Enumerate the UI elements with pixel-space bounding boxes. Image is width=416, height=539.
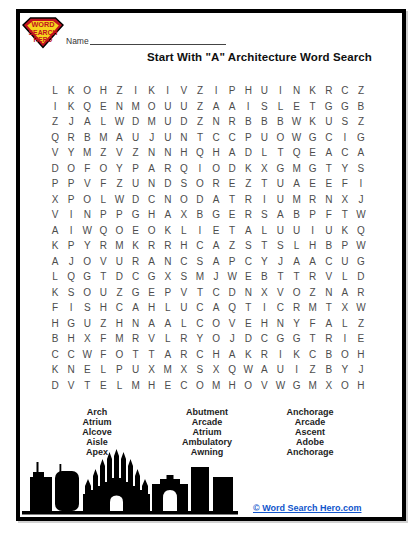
grid-cell-r19c13: W — [240, 362, 256, 378]
grid-cell-r2c14: S — [256, 99, 272, 115]
grid-cell-r18c5: O — [111, 347, 127, 363]
grid-cell-r5c16: Q — [289, 145, 305, 161]
credit-link[interactable]: © Word Search Hero.com — [253, 503, 362, 513]
word-search-hero-logo: WORD SEARCH HERO — [22, 14, 64, 49]
grid-cell-r4c12: C — [224, 130, 240, 146]
grid-cell-r10c20: Q — [353, 223, 369, 239]
grid-cell-r15c11: A — [208, 300, 224, 316]
grid-cell-r11c4: R — [95, 238, 111, 254]
grid-cell-r12c1: A — [47, 254, 63, 270]
grid-cell-r3c11: N — [208, 114, 224, 130]
grid-cell-r17c11: O — [208, 331, 224, 347]
grid-cell-r13c15: T — [272, 269, 288, 285]
skyline-buildings — [22, 449, 238, 515]
grid-cell-r5c3: M — [79, 145, 95, 161]
grid-cell-r2c20: B — [353, 99, 369, 115]
grid-cell-r11c7: R — [144, 238, 160, 254]
grid-cell-r15c2: I — [63, 300, 79, 316]
grid-cell-r18c13: K — [240, 347, 256, 363]
grid-cell-r5c13: D — [240, 145, 256, 161]
grid-cell-r18c11: H — [208, 347, 224, 363]
grid-cell-r6c7: A — [144, 161, 160, 177]
grid-cell-r20c5: L — [111, 378, 127, 394]
grid-cell-r18c15: I — [272, 347, 288, 363]
grid-cell-r14c2: S — [63, 285, 79, 301]
grid-cell-r14c6: G — [128, 285, 144, 301]
grid-cell-r11c20: W — [353, 238, 369, 254]
grid-cell-r7c13: Z — [240, 176, 256, 192]
grid-cell-r17c9: R — [176, 331, 192, 347]
grid-cell-r13c13: E — [240, 269, 256, 285]
grid-cell-r13c7: G — [144, 269, 160, 285]
grid-cell-r17c7: V — [144, 331, 160, 347]
grid-cell-r15c1: F — [47, 300, 63, 316]
grid-cell-r5c17: E — [305, 145, 321, 161]
grid-cell-r7c4: F — [95, 176, 111, 192]
skyline-baseline — [22, 511, 238, 515]
word-list-item: Anchorage — [260, 407, 360, 417]
grid-cell-r17c12: J — [224, 331, 240, 347]
grid-cell-r14c13: N — [240, 285, 256, 301]
grid-cell-r9c4: P — [95, 207, 111, 223]
grid-cell-r9c10: B — [192, 207, 208, 223]
grid-cell-r10c4: Q — [95, 223, 111, 239]
grid-cell-r14c7: E — [144, 285, 160, 301]
grid-cell-r17c1: B — [47, 331, 63, 347]
grid-cell-r8c8: N — [160, 192, 176, 208]
grid-cell-r20c17: M — [305, 378, 321, 394]
grid-cell-r2c19: G — [337, 99, 353, 115]
worksheet-sheet: WORD SEARCH HERO Name Start With "A" Arc… — [16, 9, 406, 521]
grid-cell-r2c6: M — [128, 99, 144, 115]
grid-cell-r15c3: S — [79, 300, 95, 316]
grid-cell-r4c7: J — [144, 130, 160, 146]
grid-cell-r9c7: H — [144, 207, 160, 223]
grid-cell-r1c10: Z — [192, 83, 208, 99]
grid-cell-r15c10: C — [192, 300, 208, 316]
grid-cell-r13c17: R — [305, 269, 321, 285]
name-blank-line — [90, 34, 226, 45]
word-list-item: Aisle — [47, 437, 147, 447]
grid-cell-r2c5: N — [111, 99, 127, 115]
grid-cell-r14c4: U — [95, 285, 111, 301]
grid-cell-r19c1: K — [47, 362, 63, 378]
grid-cell-r11c18: B — [321, 238, 337, 254]
grid-cell-r10c13: A — [240, 223, 256, 239]
grid-cell-r18c1: C — [47, 347, 63, 363]
grid-cell-r1c18: R — [321, 83, 337, 99]
grid-cell-r8c14: I — [256, 192, 272, 208]
grid-cell-r12c17: A — [305, 254, 321, 270]
grid-cell-r6c2: O — [63, 161, 79, 177]
grid-cell-r1c14: U — [256, 83, 272, 99]
grid-cell-r8c3: O — [79, 192, 95, 208]
name-label: Name — [66, 36, 89, 46]
grid-cell-r1c9: V — [176, 83, 192, 99]
grid-cell-r13c3: G — [79, 269, 95, 285]
grid-cell-r20c9: C — [176, 378, 192, 394]
grid-cell-r17c10: Y — [192, 331, 208, 347]
grid-cell-r10c5: O — [111, 223, 127, 239]
worksheet-page: WORD SEARCH HERO Name Start With "A" Arc… — [0, 0, 416, 539]
grid-cell-r20c2: V — [63, 378, 79, 394]
grid-cell-r10c9: L — [176, 223, 192, 239]
grid-cell-r18c18: B — [321, 347, 337, 363]
grid-cell-r1c6: I — [128, 83, 144, 99]
grid-cell-r7c20: I — [353, 176, 369, 192]
grid-cell-r1c12: P — [224, 83, 240, 99]
grid-cell-r3c1: Z — [47, 114, 63, 130]
grid-cell-r17c6: R — [128, 331, 144, 347]
grid-cell-r16c18: A — [321, 316, 337, 332]
grid-cell-r14c10: T — [192, 285, 208, 301]
grid-cell-r5c1: V — [47, 145, 63, 161]
grid-cell-r9c2: I — [63, 207, 79, 223]
grid-cell-r11c14: T — [256, 238, 272, 254]
building-antenna — [60, 464, 62, 473]
grid-cell-r3c8: U — [160, 114, 176, 130]
grid-cell-r19c14: A — [256, 362, 272, 378]
grid-cell-r19c10: S — [192, 362, 208, 378]
grid-cell-r7c7: N — [144, 176, 160, 192]
grid-cell-r6c6: P — [128, 161, 144, 177]
round-top-building — [55, 471, 79, 511]
grid-cell-r5c18: A — [321, 145, 337, 161]
grid-cell-r9c14: S — [256, 207, 272, 223]
grid-cell-r7c10: O — [192, 176, 208, 192]
grid-cell-r13c19: L — [337, 269, 353, 285]
grid-cell-r5c12: A — [224, 145, 240, 161]
grid-cell-r9c11: G — [208, 207, 224, 223]
grid-cell-r10c6: E — [128, 223, 144, 239]
grid-cell-r14c15: V — [272, 285, 288, 301]
grid-cell-r10c17: I — [305, 223, 321, 239]
grid-cell-r8c19: X — [337, 192, 353, 208]
grid-cell-r3c17: K — [305, 114, 321, 130]
grid-cell-r13c11: J — [208, 269, 224, 285]
grid-cell-r19c2: N — [63, 362, 79, 378]
grid-cell-r17c5: M — [111, 331, 127, 347]
grid-cell-r14c8: P — [160, 285, 176, 301]
grid-cell-r17c18: R — [321, 331, 337, 347]
grid-cell-r10c7: O — [144, 223, 160, 239]
grid-cell-r5c15: T — [272, 145, 288, 161]
grid-cell-r9c16: B — [289, 207, 305, 223]
grid-cell-r4c8: U — [160, 130, 176, 146]
grid-cell-r5c9: H — [176, 145, 192, 161]
word-list-item: Ambulatory — [157, 437, 257, 447]
grid-cell-r5c7: N — [144, 145, 160, 161]
grid-cell-r16c14: H — [256, 316, 272, 332]
grid-cell-r20c12: H — [224, 378, 240, 394]
grid-cell-r6c17: G — [305, 161, 321, 177]
grid-cell-r18c12: A — [224, 347, 240, 363]
grid-cell-r3c13: B — [240, 114, 256, 130]
word-list-item: Atrium — [157, 427, 257, 437]
grid-cell-r15c14: I — [256, 300, 272, 316]
grid-cell-r16c15: N — [272, 316, 288, 332]
grid-cell-r10c10: I — [192, 223, 208, 239]
word-list-item: Abutment — [157, 407, 257, 417]
grid-cell-r12c7: A — [144, 254, 160, 270]
grid-cell-r11c13: S — [240, 238, 256, 254]
grid-cell-r17c19: I — [337, 331, 353, 347]
grid-cell-r2c7: O — [144, 99, 160, 115]
grid-cell-r11c9: H — [176, 238, 192, 254]
grid-cell-r13c18: V — [321, 269, 337, 285]
grid-cell-r10c1: A — [47, 223, 63, 239]
grid-cell-r20c16: G — [289, 378, 305, 394]
grid-cell-r5c19: C — [337, 145, 353, 161]
grid-cell-r5c20: A — [353, 145, 369, 161]
grid-cell-r19c20: J — [353, 362, 369, 378]
grid-cell-r3c7: M — [144, 114, 160, 130]
cathedral-arch-opening — [110, 496, 123, 512]
grid-cell-r10c3: W — [79, 223, 95, 239]
grid-cell-r9c19: T — [337, 207, 353, 223]
grid-cell-r17c4: F — [95, 331, 111, 347]
tower-building — [30, 462, 52, 511]
grid-cell-r2c11: A — [208, 99, 224, 115]
grid-cell-r2c10: Z — [192, 99, 208, 115]
grid-cell-r14c5: Z — [111, 285, 127, 301]
grid-cell-r8c6: D — [128, 192, 144, 208]
grid-cell-r15c9: U — [176, 300, 192, 316]
grid-cell-r7c2: P — [63, 176, 79, 192]
grid-cell-r10c19: K — [337, 223, 353, 239]
grid-cell-r12c8: N — [160, 254, 176, 270]
grid-cell-r16c5: H — [111, 316, 127, 332]
grid-cell-r8c10: D — [192, 192, 208, 208]
grid-cell-r10c18: U — [321, 223, 337, 239]
grid-cell-r6c3: F — [79, 161, 95, 177]
grid-cell-r8c11: A — [208, 192, 224, 208]
grid-cell-r17c15: G — [272, 331, 288, 347]
grid-cell-r16c16: Y — [289, 316, 305, 332]
grid-cell-r13c14: B — [256, 269, 272, 285]
grid-cell-r8c2: P — [63, 192, 79, 208]
grid-cell-r20c19: O — [337, 378, 353, 394]
grid-cell-r20c8: E — [160, 378, 176, 394]
grid-cell-r11c17: H — [305, 238, 321, 254]
grid-cell-r1c15: I — [272, 83, 288, 99]
grid-cell-r16c19: L — [337, 316, 353, 332]
grid-cell-r16c13: E — [240, 316, 256, 332]
grid-cell-r12c14: Y — [256, 254, 272, 270]
grid-cell-r10c8: K — [160, 223, 176, 239]
grid-cell-r1c1: L — [47, 83, 63, 99]
grid-cell-r18c7: T — [144, 347, 160, 363]
grid-cell-r4c1: Q — [47, 130, 63, 146]
grid-cell-r15c18: T — [321, 300, 337, 316]
grid-cell-r5c2: Y — [63, 145, 79, 161]
grid-cell-r16c12: V — [224, 316, 240, 332]
grid-cell-r5c6: Z — [128, 145, 144, 161]
grid-cell-r11c15: S — [272, 238, 288, 254]
grid-cell-r15c8: L — [160, 300, 176, 316]
grid-cell-r16c8: A — [160, 316, 176, 332]
grid-cell-r9c20: W — [353, 207, 369, 223]
grid-cell-r12c6: R — [128, 254, 144, 270]
grid-cell-r18c19: O — [337, 347, 353, 363]
grid-cell-r9c12: E — [224, 207, 240, 223]
grid-cell-r9c18: F — [321, 207, 337, 223]
short-tower-building — [213, 477, 233, 511]
grid-cell-r3c19: S — [337, 114, 353, 130]
grid-cell-r14c20: R — [353, 285, 369, 301]
grid-cell-r10c11: E — [208, 223, 224, 239]
grid-cell-r4c5: A — [111, 130, 127, 146]
word-list-item: Ascent — [260, 427, 360, 437]
grid-cell-r2c15: L — [272, 99, 288, 115]
grid-cell-r13c2: Q — [63, 269, 79, 285]
grid-cell-r13c20: D — [353, 269, 369, 285]
grid-cell-r14c16: O — [289, 285, 305, 301]
grid-cell-r13c8: X — [160, 269, 176, 285]
grid-cell-r7c18: E — [321, 176, 337, 192]
grid-cell-r17c2: H — [63, 331, 79, 347]
grid-cell-r11c5: M — [111, 238, 127, 254]
grid-cell-r19c19: Y — [337, 362, 353, 378]
grid-cell-r6c14: X — [256, 161, 272, 177]
grid-cell-r19c11: X — [208, 362, 224, 378]
grid-cell-r17c20: E — [353, 331, 369, 347]
grid-cell-r5c10: Q — [192, 145, 208, 161]
grid-cell-r13c6: C — [128, 269, 144, 285]
grid-cell-r3c12: R — [224, 114, 240, 130]
grid-cell-r9c15: A — [272, 207, 288, 223]
city-skyline-icon — [20, 448, 240, 518]
grid-cell-r19c17: Z — [305, 362, 321, 378]
grid-cell-r8c9: O — [176, 192, 192, 208]
grid-cell-r6c9: Q — [176, 161, 192, 177]
grid-cell-r3c2: J — [63, 114, 79, 130]
grid-cell-r15c19: X — [337, 300, 353, 316]
grid-cell-r13c12: W — [224, 269, 240, 285]
grid-cell-r16c4: Z — [95, 316, 111, 332]
grid-cell-r4c3: B — [79, 130, 95, 146]
grid-cell-r18c6: T — [128, 347, 144, 363]
grid-cell-r4c4: M — [95, 130, 111, 146]
grid-cell-r2c1: I — [47, 99, 63, 115]
word-list-item: Arcade — [157, 417, 257, 427]
grid-cell-r7c6: U — [128, 176, 144, 192]
grid-cell-r6c4: O — [95, 161, 111, 177]
grid-cell-r6c8: R — [160, 161, 176, 177]
grid-cell-r12c20: G — [353, 254, 369, 270]
grid-cell-r10c2: I — [63, 223, 79, 239]
grid-cell-r14c14: X — [256, 285, 272, 301]
grid-cell-r4c13: P — [240, 130, 256, 146]
grid-cell-r8c4: L — [95, 192, 111, 208]
grid-cell-r4c16: W — [289, 130, 305, 146]
word-list-item: Arcade — [260, 417, 360, 427]
logo-text-hero: HERO — [34, 35, 53, 44]
grid-cell-r11c11: A — [208, 238, 224, 254]
grid-cell-r14c19: A — [337, 285, 353, 301]
grid-cell-r19c4: L — [95, 362, 111, 378]
grid-cell-r10c16: U — [289, 223, 305, 239]
grid-cell-r2c12: A — [224, 99, 240, 115]
grid-cell-r12c9: C — [176, 254, 192, 270]
grid-cell-r17c13: D — [240, 331, 256, 347]
grid-cell-r4c15: O — [272, 130, 288, 146]
grid-cell-r5c14: L — [256, 145, 272, 161]
grid-cell-r19c12: Q — [224, 362, 240, 378]
grid-cell-r12c18: C — [321, 254, 337, 270]
grid-cell-r5c11: H — [208, 145, 224, 161]
grid-cell-r4c17: G — [305, 130, 321, 146]
grid-cell-r19c5: P — [111, 362, 127, 378]
grid-cell-r15c13: T — [240, 300, 256, 316]
grid-cell-r11c6: K — [128, 238, 144, 254]
grid-cell-r5c5: V — [111, 145, 127, 161]
grid-cell-r11c2: P — [63, 238, 79, 254]
grid-cell-r12c19: U — [337, 254, 353, 270]
grid-cell-r1c4: H — [95, 83, 111, 99]
grid-cell-r1c5: Z — [111, 83, 127, 99]
grid-cell-r17c17: T — [305, 331, 321, 347]
grid-cell-r9c6: G — [128, 207, 144, 223]
grid-cell-r18c2: C — [63, 347, 79, 363]
grid-cell-r2c2: K — [63, 99, 79, 115]
grid-cell-r4c10: T — [192, 130, 208, 146]
grid-cell-r13c4: T — [95, 269, 111, 285]
grid-cell-r6c16: M — [289, 161, 305, 177]
grid-cell-r13c10: M — [192, 269, 208, 285]
grid-cell-r4c2: R — [63, 130, 79, 146]
grid-cell-r7c12: E — [224, 176, 240, 192]
grid-cell-r8c1: X — [47, 192, 63, 208]
grid-cell-r16c3: U — [79, 316, 95, 332]
grid-cell-r6c13: K — [240, 161, 256, 177]
grid-cell-r5c8: N — [160, 145, 176, 161]
grid-cell-r7c8: D — [160, 176, 176, 192]
grid-cell-r7c3: V — [79, 176, 95, 192]
grid-cell-r1c7: K — [144, 83, 160, 99]
word-list-item: Atrium — [47, 417, 147, 427]
grid-cell-r14c18: N — [321, 285, 337, 301]
grid-cell-r17c14: C — [256, 331, 272, 347]
grid-cell-r16c20: Z — [353, 316, 369, 332]
grid-cell-r7c17: E — [305, 176, 321, 192]
grid-cell-r20c6: M — [128, 378, 144, 394]
grid-cell-r1c20: Z — [353, 83, 369, 99]
word-list-item: Anchorage — [260, 447, 360, 457]
grid-cell-r15c7: H — [144, 300, 160, 316]
grid-cell-r3c9: D — [176, 114, 192, 130]
grid-cell-r1c2: K — [63, 83, 79, 99]
grid-cell-r19c6: U — [128, 362, 144, 378]
grid-cell-r16c10: C — [192, 316, 208, 332]
grid-cell-r13c16: T — [289, 269, 305, 285]
grid-cell-r17c16: G — [289, 331, 305, 347]
word-list-item: Alcove — [47, 427, 147, 437]
grid-cell-r15c4: H — [95, 300, 111, 316]
grid-cell-r14c3: O — [79, 285, 95, 301]
grid-cell-r8c15: U — [272, 192, 288, 208]
grid-cell-r18c9: R — [176, 347, 192, 363]
grid-cell-r19c7: X — [144, 362, 160, 378]
tall-tower-building — [191, 467, 209, 511]
grid-cell-r13c9: S — [176, 269, 192, 285]
grid-cell-r11c16: L — [289, 238, 305, 254]
grid-cell-r1c11: I — [208, 83, 224, 99]
word-list-item: Arch — [47, 407, 147, 417]
grid-cell-r20c18: X — [321, 378, 337, 394]
grid-cell-r15c17: M — [305, 300, 321, 316]
grid-cell-r20c13: O — [240, 378, 256, 394]
